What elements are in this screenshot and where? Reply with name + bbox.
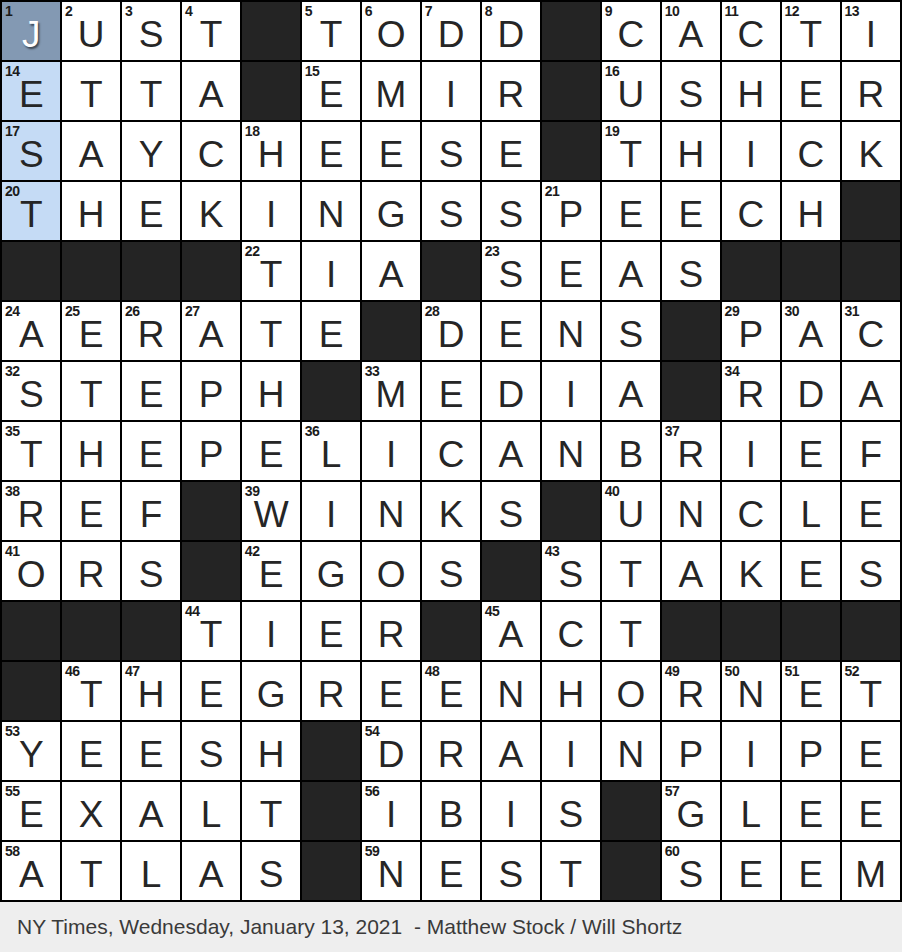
cell-r12-c13[interactable]: 50N	[722, 662, 780, 720]
cell-letter: T	[242, 796, 300, 833]
cell-r13-c14[interactable]: P	[782, 722, 840, 780]
cell-letter: E	[122, 376, 180, 413]
cell-r2-c13[interactable]: H	[722, 62, 780, 120]
block-r6-c7	[362, 302, 420, 360]
cell-r15-c13[interactable]: E	[722, 842, 780, 900]
cell-letter: A	[2, 856, 60, 893]
block-r5-c1	[2, 242, 60, 300]
cell-letter: D	[482, 376, 540, 413]
cell-letter: R	[2, 496, 60, 533]
cell-r15-c12[interactable]: 60S	[662, 842, 720, 900]
cell-r3-c3[interactable]: Y	[122, 122, 180, 180]
cell-r2-c7[interactable]: M	[362, 62, 420, 120]
cell-r13-c4[interactable]: S	[182, 722, 240, 780]
cell-letter: N	[362, 856, 420, 893]
cell-r9-c3[interactable]: F	[122, 482, 180, 540]
cell-r1-c11[interactable]: 9C	[602, 2, 660, 60]
cell-letter: A	[842, 376, 900, 413]
cell-letter: D	[422, 316, 480, 353]
cell-r6-c9[interactable]: E	[482, 302, 540, 360]
cell-r6-c2[interactable]: 25E	[62, 302, 120, 360]
cell-r13-c11[interactable]: N	[602, 722, 660, 780]
cell-r15-c5[interactable]: S	[242, 842, 300, 900]
cell-r7-c8[interactable]: E	[422, 362, 480, 420]
cell-r12-c14[interactable]: 51E	[782, 662, 840, 720]
cell-r12-c3[interactable]: 47H	[122, 662, 180, 720]
cell-letter: H	[722, 76, 780, 113]
cell-r2-c2[interactable]: T	[62, 62, 120, 120]
cell-letter: E	[2, 76, 60, 113]
cell-r12-c9[interactable]: N	[482, 662, 540, 720]
cell-r7-c14[interactable]: D	[782, 362, 840, 420]
cell-r6-c11[interactable]: S	[602, 302, 660, 360]
block-r5-c15	[842, 242, 900, 300]
cell-letter: S	[842, 556, 900, 593]
cell-r14-c7[interactable]: 56I	[362, 782, 420, 840]
cell-r5-c12[interactable]: S	[662, 242, 720, 300]
crossword-app: 1J2U3S4T5T6O7D8D9C10A11C12T13I14ETTA15EM…	[0, 0, 902, 952]
cell-r2-c11[interactable]: 16U	[602, 62, 660, 120]
cell-r15-c4[interactable]: A	[182, 842, 240, 900]
cell-r8-c13[interactable]: I	[722, 422, 780, 480]
cell-letter: L	[122, 856, 180, 893]
cell-r7-c13[interactable]: 34R	[722, 362, 780, 420]
cell-r10-c11[interactable]: T	[602, 542, 660, 600]
block-r1-c5	[242, 2, 300, 60]
cell-r8-c4[interactable]: P	[182, 422, 240, 480]
cell-r1-c13[interactable]: 11C	[722, 2, 780, 60]
cell-r6-c6[interactable]: E	[302, 302, 360, 360]
cell-r14-c13[interactable]: L	[722, 782, 780, 840]
cell-r9-c14[interactable]: L	[782, 482, 840, 540]
cell-letter: B	[422, 796, 480, 833]
cell-letter: H	[542, 676, 600, 713]
cell-r9-c2[interactable]: E	[62, 482, 120, 540]
cell-letter: T	[302, 16, 360, 53]
cell-r15-c15[interactable]: M	[842, 842, 900, 900]
cell-r15-c9[interactable]: S	[482, 842, 540, 900]
cell-r6-c14[interactable]: 30A	[782, 302, 840, 360]
cell-letter: P	[782, 736, 840, 773]
cell-r11-c7[interactable]: R	[362, 602, 420, 660]
block-r13-c6	[302, 722, 360, 780]
block-r14-c6	[302, 782, 360, 840]
cell-r10-c8[interactable]: S	[422, 542, 480, 600]
cell-letter: T	[62, 76, 120, 113]
cell-r12-c7[interactable]: E	[362, 662, 420, 720]
cell-r12-c2[interactable]: 46T	[62, 662, 120, 720]
cell-r9-c1[interactable]: 38R	[2, 482, 60, 540]
cell-r13-c3[interactable]: E	[122, 722, 180, 780]
cell-r2-c14[interactable]: E	[782, 62, 840, 120]
cell-r3-c13[interactable]: I	[722, 122, 780, 180]
cell-r15-c10[interactable]: T	[542, 842, 600, 900]
cell-r11-c10[interactable]: C	[542, 602, 600, 660]
cell-r1-c6[interactable]: 5T	[302, 2, 360, 60]
cell-letter: T	[122, 76, 180, 113]
cell-r3-c15[interactable]: K	[842, 122, 900, 180]
cell-letter: L	[302, 436, 360, 473]
block-r5-c13	[722, 242, 780, 300]
cell-letter: K	[422, 496, 480, 533]
cell-r2-c6[interactable]: 15E	[302, 62, 360, 120]
cell-letter: S	[2, 136, 60, 173]
cell-r13-c12[interactable]: P	[662, 722, 720, 780]
cell-letter: R	[302, 676, 360, 713]
cell-letter: S	[422, 136, 480, 173]
cell-letter: E	[482, 136, 540, 173]
cell-letter: E	[782, 436, 840, 473]
cell-letter: E	[422, 856, 480, 893]
cell-r11-c11[interactable]: T	[602, 602, 660, 660]
cell-r4-c7[interactable]: G	[362, 182, 420, 240]
cell-letter: E	[602, 196, 660, 233]
cell-r10-c13[interactable]: K	[722, 542, 780, 600]
cell-r2-c4[interactable]: A	[182, 62, 240, 120]
cell-r4-c5[interactable]: I	[242, 182, 300, 240]
cell-r13-c10[interactable]: I	[542, 722, 600, 780]
cell-letter: N	[662, 496, 720, 533]
block-r5-c14	[782, 242, 840, 300]
cell-r14-c15[interactable]: E	[842, 782, 900, 840]
block-r11-c3	[122, 602, 180, 660]
cell-letter: E	[362, 136, 420, 173]
cell-letter: C	[182, 136, 240, 173]
cell-r14-c10[interactable]: S	[542, 782, 600, 840]
cell-r15-c2[interactable]: T	[62, 842, 120, 900]
cell-r4-c2[interactable]: H	[62, 182, 120, 240]
cell-r8-c11[interactable]: B	[602, 422, 660, 480]
cell-letter: H	[242, 736, 300, 773]
cell-letter: A	[182, 856, 240, 893]
cell-letter: S	[242, 856, 300, 893]
cell-letter: T	[62, 376, 120, 413]
cell-r8-c8[interactable]: C	[422, 422, 480, 480]
cell-letter: H	[662, 136, 720, 173]
cell-letter: P	[182, 436, 240, 473]
block-r5-c4	[182, 242, 240, 300]
cell-r4-c9[interactable]: S	[482, 182, 540, 240]
cell-r6-c5[interactable]: T	[242, 302, 300, 360]
cell-r1-c12[interactable]: 10A	[662, 2, 720, 60]
cell-letter: H	[62, 436, 120, 473]
cell-letter: A	[602, 256, 660, 293]
cell-letter: R	[62, 556, 120, 593]
cell-r10-c10[interactable]: 43S	[542, 542, 600, 600]
cell-r5-c10[interactable]: E	[542, 242, 600, 300]
cell-letter: E	[242, 436, 300, 473]
cell-r4-c3[interactable]: E	[122, 182, 180, 240]
cell-r12-c11[interactable]: O	[602, 662, 660, 720]
cell-r9-c9[interactable]: S	[482, 482, 540, 540]
cell-letter: T	[542, 856, 600, 893]
cell-r7-c7[interactable]: 33M	[362, 362, 420, 420]
cell-letter: N	[542, 436, 600, 473]
cell-r4-c12[interactable]: E	[662, 182, 720, 240]
cell-letter: A	[2, 316, 60, 353]
cell-letter: A	[362, 256, 420, 293]
cell-r2-c12[interactable]: S	[662, 62, 720, 120]
cell-letter: E	[62, 736, 120, 773]
cell-letter: T	[62, 856, 120, 893]
cell-r9-c13[interactable]: C	[722, 482, 780, 540]
cell-letter: S	[122, 556, 180, 593]
cell-r12-c5[interactable]: G	[242, 662, 300, 720]
cell-r9-c15[interactable]: E	[842, 482, 900, 540]
cell-r4-c8[interactable]: S	[422, 182, 480, 240]
cell-r13-c7[interactable]: 54D	[362, 722, 420, 780]
cell-r3-c14[interactable]: C	[782, 122, 840, 180]
cell-r7-c1[interactable]: 32S	[2, 362, 60, 420]
cell-r11-c9[interactable]: 45A	[482, 602, 540, 660]
cell-r14-c12[interactable]: 57G	[662, 782, 720, 840]
cell-letter: A	[182, 316, 240, 353]
cell-letter: I	[422, 76, 480, 113]
cell-letter: Y	[122, 136, 180, 173]
cell-r10-c15[interactable]: S	[842, 542, 900, 600]
cell-r4-c1[interactable]: 20T	[2, 182, 60, 240]
cell-r13-c5[interactable]: H	[242, 722, 300, 780]
cell-r14-c5[interactable]: T	[242, 782, 300, 840]
cell-letter: E	[2, 796, 60, 833]
cell-r1-c1[interactable]: 1J	[2, 2, 60, 60]
cell-r8-c2[interactable]: H	[62, 422, 120, 480]
cell-r8-c7[interactable]: I	[362, 422, 420, 480]
cell-letter: S	[122, 16, 180, 53]
cell-letter: T	[62, 676, 120, 713]
cell-r9-c5[interactable]: 39W	[242, 482, 300, 540]
cell-r14-c3[interactable]: A	[122, 782, 180, 840]
cell-r9-c6[interactable]: I	[302, 482, 360, 540]
cell-r2-c3[interactable]: T	[122, 62, 180, 120]
cell-r8-c5[interactable]: E	[242, 422, 300, 480]
cell-r7-c10[interactable]: I	[542, 362, 600, 420]
cell-letter: R	[422, 736, 480, 773]
cell-r14-c4[interactable]: L	[182, 782, 240, 840]
cell-r2-c8[interactable]: I	[422, 62, 480, 120]
cell-letter: R	[362, 616, 420, 653]
block-r2-c5	[242, 62, 300, 120]
cell-letter: I	[842, 16, 900, 53]
cell-r14-c1[interactable]: 55E	[2, 782, 60, 840]
cell-letter: N	[722, 676, 780, 713]
cell-r8-c10[interactable]: N	[542, 422, 600, 480]
cell-r4-c4[interactable]: K	[182, 182, 240, 240]
cell-r8-c15[interactable]: F	[842, 422, 900, 480]
cell-r3-c1[interactable]: 17S	[2, 122, 60, 180]
cell-letter: O	[362, 16, 420, 53]
cell-r1-c3[interactable]: 3S	[122, 2, 180, 60]
cell-letter: K	[722, 556, 780, 593]
cell-letter: T	[242, 256, 300, 293]
cell-letter: R	[662, 436, 720, 473]
cell-r14-c8[interactable]: B	[422, 782, 480, 840]
cell-r13-c13[interactable]: I	[722, 722, 780, 780]
cell-letter: E	[782, 856, 840, 893]
cell-r1-c14[interactable]: 12T	[782, 2, 840, 60]
cell-r6-c4[interactable]: 27A	[182, 302, 240, 360]
cell-r10-c3[interactable]: S	[122, 542, 180, 600]
cell-r7-c9[interactable]: D	[482, 362, 540, 420]
cell-letter: R	[842, 76, 900, 113]
cell-r7-c15[interactable]: A	[842, 362, 900, 420]
crossword-grid: 1J2U3S4T5T6O7D8D9C10A11C12T13I14ETTA15EM…	[0, 0, 902, 902]
puzzle-caption: NY Times, Wednesday, January 13, 2021 - …	[0, 902, 902, 952]
cell-r13-c2[interactable]: E	[62, 722, 120, 780]
cell-letter: I	[722, 136, 780, 173]
cell-r1-c8[interactable]: 7D	[422, 2, 480, 60]
cell-r13-c9[interactable]: A	[482, 722, 540, 780]
cell-r9-c7[interactable]: N	[362, 482, 420, 540]
cell-letter: I	[482, 796, 540, 833]
cell-letter: I	[722, 436, 780, 473]
cell-r1-c4[interactable]: 4T	[182, 2, 240, 60]
cell-letter: E	[842, 796, 900, 833]
cell-letter: P	[722, 316, 780, 353]
cell-r14-c14[interactable]: E	[782, 782, 840, 840]
cell-letter: C	[722, 196, 780, 233]
cell-r5-c7[interactable]: A	[362, 242, 420, 300]
cell-r8-c6[interactable]: 36L	[302, 422, 360, 480]
cell-letter: B	[602, 436, 660, 473]
cell-r5-c11[interactable]: A	[602, 242, 660, 300]
cell-r8-c3[interactable]: E	[122, 422, 180, 480]
cell-r1-c7[interactable]: 6O	[362, 2, 420, 60]
cell-r10-c12[interactable]: A	[662, 542, 720, 600]
cell-r3-c7[interactable]: E	[362, 122, 420, 180]
cell-r3-c6[interactable]: E	[302, 122, 360, 180]
cell-letter: D	[782, 376, 840, 413]
cell-r8-c14[interactable]: E	[782, 422, 840, 480]
cell-r1-c15[interactable]: 13I	[842, 2, 900, 60]
cell-r9-c12[interactable]: N	[662, 482, 720, 540]
cell-r5-c6[interactable]: I	[302, 242, 360, 300]
cell-r6-c8[interactable]: 28D	[422, 302, 480, 360]
cell-r1-c2[interactable]: 2U	[62, 2, 120, 60]
cell-r6-c13[interactable]: 29P	[722, 302, 780, 360]
cell-letter: R	[662, 676, 720, 713]
cell-r2-c15[interactable]: R	[842, 62, 900, 120]
cell-letter: E	[782, 676, 840, 713]
cell-r5-c9[interactable]: 23S	[482, 242, 540, 300]
cell-r10-c2[interactable]: R	[62, 542, 120, 600]
cell-r4-c11[interactable]: E	[602, 182, 660, 240]
cell-letter: E	[782, 76, 840, 113]
cell-r4-c6[interactable]: N	[302, 182, 360, 240]
cell-r6-c3[interactable]: 26R	[122, 302, 180, 360]
cell-r13-c15[interactable]: E	[842, 722, 900, 780]
block-r11-c1	[2, 602, 60, 660]
cell-letter: C	[842, 316, 900, 353]
cell-r12-c12[interactable]: 49R	[662, 662, 720, 720]
cell-r8-c1[interactable]: 35T	[2, 422, 60, 480]
cell-r11-c5[interactable]: I	[242, 602, 300, 660]
cell-r14-c2[interactable]: X	[62, 782, 120, 840]
cell-r10-c7[interactable]: O	[362, 542, 420, 600]
cell-letter: E	[182, 676, 240, 713]
cell-r3-c8[interactable]: S	[422, 122, 480, 180]
cell-letter: I	[362, 436, 420, 473]
cell-r3-c4[interactable]: C	[182, 122, 240, 180]
cell-r12-c6[interactable]: R	[302, 662, 360, 720]
cell-r4-c10[interactable]: 21P	[542, 182, 600, 240]
cell-letter: T	[782, 16, 840, 53]
cell-letter: A	[482, 616, 540, 653]
cell-letter: N	[302, 196, 360, 233]
cell-r6-c15[interactable]: 31C	[842, 302, 900, 360]
cell-letter: E	[782, 796, 840, 833]
cell-r3-c5[interactable]: 18H	[242, 122, 300, 180]
cell-r15-c8[interactable]: E	[422, 842, 480, 900]
cell-r12-c4[interactable]: E	[182, 662, 240, 720]
cell-r9-c8[interactable]: K	[422, 482, 480, 540]
cell-letter: C	[722, 16, 780, 53]
cell-letter: C	[542, 616, 600, 653]
cell-letter: E	[722, 856, 780, 893]
cell-r13-c1[interactable]: 53Y	[2, 722, 60, 780]
cell-r7-c2[interactable]: T	[62, 362, 120, 420]
cell-r15-c14[interactable]: E	[782, 842, 840, 900]
cell-r12-c15[interactable]: 52T	[842, 662, 900, 720]
cell-r7-c5[interactable]: H	[242, 362, 300, 420]
cell-letter: T	[602, 136, 660, 173]
cell-r1-c9[interactable]: 8D	[482, 2, 540, 60]
cell-r3-c12[interactable]: H	[662, 122, 720, 180]
cell-letter: E	[842, 736, 900, 773]
cell-r14-c9[interactable]: I	[482, 782, 540, 840]
cell-r8-c9[interactable]: A	[482, 422, 540, 480]
cell-r4-c13[interactable]: C	[722, 182, 780, 240]
cell-r10-c5[interactable]: 42E	[242, 542, 300, 600]
cell-letter: A	[602, 376, 660, 413]
cell-r12-c8[interactable]: 48E	[422, 662, 480, 720]
cell-r8-c12[interactable]: 37R	[662, 422, 720, 480]
cell-letter: I	[722, 736, 780, 773]
cell-r6-c10[interactable]: N	[542, 302, 600, 360]
cell-r3-c11[interactable]: 19T	[602, 122, 660, 180]
cell-r11-c4[interactable]: 44T	[182, 602, 240, 660]
cell-r7-c3[interactable]: E	[122, 362, 180, 420]
cell-r9-c11[interactable]: 40U	[602, 482, 660, 540]
cell-letter: S	[482, 496, 540, 533]
cell-letter: G	[662, 796, 720, 833]
cell-r7-c11[interactable]: A	[602, 362, 660, 420]
cell-r4-c14[interactable]: H	[782, 182, 840, 240]
cell-r15-c7[interactable]: 59N	[362, 842, 420, 900]
cell-r11-c6[interactable]: E	[302, 602, 360, 660]
cell-r12-c10[interactable]: H	[542, 662, 600, 720]
cell-letter: H	[242, 136, 300, 173]
cell-r15-c1[interactable]: 58A	[2, 842, 60, 900]
cell-letter: D	[422, 16, 480, 53]
cell-r13-c8[interactable]: R	[422, 722, 480, 780]
cell-r2-c9[interactable]: R	[482, 62, 540, 120]
cell-letter: S	[182, 736, 240, 773]
cell-r10-c14[interactable]: E	[782, 542, 840, 600]
cell-letter: O	[2, 556, 60, 593]
cell-letter: E	[782, 556, 840, 593]
cell-r2-c1[interactable]: 14E	[2, 62, 60, 120]
cell-r3-c2[interactable]: A	[62, 122, 120, 180]
cell-r10-c6[interactable]: G	[302, 542, 360, 600]
cell-letter: K	[842, 136, 900, 173]
cell-r6-c1[interactable]: 24A	[2, 302, 60, 360]
cell-r10-c1[interactable]: 41O	[2, 542, 60, 600]
cell-r3-c9[interactable]: E	[482, 122, 540, 180]
cell-r7-c4[interactable]: P	[182, 362, 240, 420]
cell-r15-c3[interactable]: L	[122, 842, 180, 900]
cell-r5-c5[interactable]: 22T	[242, 242, 300, 300]
